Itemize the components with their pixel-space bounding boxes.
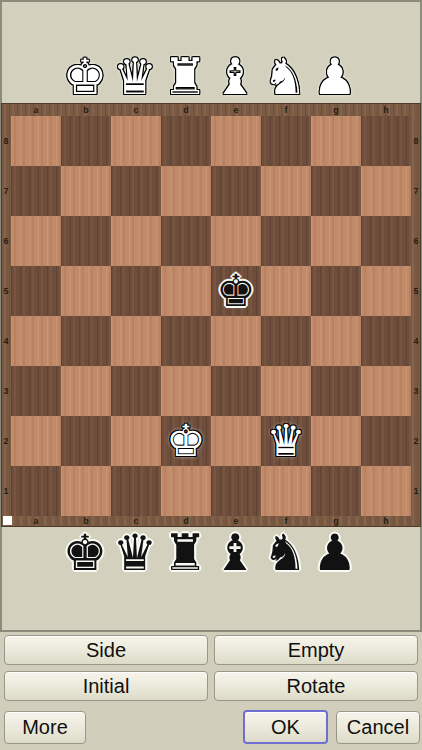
ok-button[interactable]: OK [243, 710, 328, 744]
file-label-a-bottom: a [11, 516, 61, 527]
palette-black-rook[interactable]: ♜ [160, 524, 210, 580]
rank-label-1-right: 1 [411, 466, 421, 516]
white-piece-palette: ♚♛♜♝♞♟ [60, 48, 362, 104]
rank-label-7-left: 7 [1, 166, 11, 216]
palette-white-king[interactable]: ♚ [60, 48, 110, 104]
square-f1[interactable] [261, 466, 311, 516]
position-editor-screen: ♚♛♜♝♞♟ abcdefgh 87654321 87654321 ♚♚♛ ab… [0, 0, 422, 750]
square-f2[interactable]: ♛ [261, 416, 311, 466]
square-f4[interactable] [261, 316, 311, 366]
square-h6[interactable] [361, 216, 411, 266]
palette-white-bishop[interactable]: ♝ [210, 48, 260, 104]
square-c3[interactable] [111, 366, 161, 416]
palette-black-queen[interactable]: ♛ [110, 524, 160, 580]
square-d7[interactable] [161, 166, 211, 216]
palette-white-queen[interactable]: ♛ [110, 48, 160, 104]
square-h4[interactable] [361, 316, 411, 366]
square-d6[interactable] [161, 216, 211, 266]
white-queen-icon: ♛ [266, 416, 305, 466]
square-d5[interactable] [161, 266, 211, 316]
rank-label-1-left: 1 [1, 466, 11, 516]
board-grid: ♚♚♛ [11, 116, 411, 516]
square-a4[interactable] [11, 316, 61, 366]
file-labels-top: abcdefgh [11, 103, 411, 116]
black-queen-icon: ♛ [113, 526, 158, 580]
square-g3[interactable] [311, 366, 361, 416]
square-d1[interactable] [161, 466, 211, 516]
square-c4[interactable] [111, 316, 161, 366]
black-piece-palette: ♚♛♜♝♞♟ [60, 524, 362, 580]
cancel-button[interactable]: Cancel [336, 711, 420, 744]
square-e5[interactable]: ♚ [211, 266, 261, 316]
square-e3[interactable] [211, 366, 261, 416]
white-queen-icon: ♛ [113, 50, 158, 104]
rank-label-5-right: 5 [411, 266, 421, 316]
palette-white-pawn[interactable]: ♟ [310, 48, 360, 104]
square-e2[interactable] [211, 416, 261, 466]
palette-black-knight[interactable]: ♞ [260, 524, 310, 580]
square-b3[interactable] [61, 366, 111, 416]
square-a3[interactable] [11, 366, 61, 416]
rank-label-3-right: 3 [411, 366, 421, 416]
square-f7[interactable] [261, 166, 311, 216]
square-g1[interactable] [311, 466, 361, 516]
square-b5[interactable] [61, 266, 111, 316]
square-b6[interactable] [61, 216, 111, 266]
rank-labels-right: 87654321 [411, 116, 421, 516]
square-g5[interactable] [311, 266, 361, 316]
white-knight-icon: ♞ [263, 50, 308, 104]
rank-label-5-left: 5 [1, 266, 11, 316]
white-king-icon: ♚ [166, 416, 205, 466]
square-d2[interactable]: ♚ [161, 416, 211, 466]
square-f6[interactable] [261, 216, 311, 266]
button-panel: Side Empty Initial Rotate More OK Cancel [0, 632, 422, 750]
more-button[interactable]: More [4, 711, 86, 744]
palette-white-knight[interactable]: ♞ [260, 48, 310, 104]
square-h5[interactable] [361, 266, 411, 316]
square-a8[interactable] [11, 116, 61, 166]
black-knight-icon: ♞ [263, 526, 308, 580]
white-king-icon: ♚ [63, 50, 108, 104]
square-c7[interactable] [111, 166, 161, 216]
square-b8[interactable] [61, 116, 111, 166]
rank-label-2-left: 2 [1, 416, 11, 466]
file-label-h-top: h [361, 103, 411, 116]
palette-black-king[interactable]: ♚ [60, 524, 110, 580]
rank-label-8-right: 8 [411, 116, 421, 166]
black-king-icon: ♚ [216, 266, 255, 316]
square-f3[interactable] [261, 366, 311, 416]
square-g4[interactable] [311, 316, 361, 366]
square-a1[interactable] [11, 466, 61, 516]
square-g6[interactable] [311, 216, 361, 266]
square-e7[interactable] [211, 166, 261, 216]
square-a6[interactable] [11, 216, 61, 266]
square-g8[interactable] [311, 116, 361, 166]
square-g7[interactable] [311, 166, 361, 216]
initial-button[interactable]: Initial [4, 671, 208, 701]
square-e8[interactable] [211, 116, 261, 166]
file-label-h-bottom: h [361, 516, 411, 527]
square-c1[interactable] [111, 466, 161, 516]
rank-label-8-left: 8 [1, 116, 11, 166]
file-label-d-top: d [161, 103, 211, 116]
square-d8[interactable] [161, 116, 211, 166]
square-e1[interactable] [211, 466, 261, 516]
file-label-c-top: c [111, 103, 161, 116]
square-a2[interactable] [11, 416, 61, 466]
square-e6[interactable] [211, 216, 261, 266]
rotate-button[interactable]: Rotate [214, 671, 418, 701]
square-d4[interactable] [161, 316, 211, 366]
black-bishop-icon: ♝ [213, 526, 258, 580]
square-a7[interactable] [11, 166, 61, 216]
square-c5[interactable] [111, 266, 161, 316]
square-h2[interactable] [361, 416, 411, 466]
black-pawn-icon: ♟ [313, 526, 358, 580]
empty-button[interactable]: Empty [214, 635, 418, 665]
square-g2[interactable] [311, 416, 361, 466]
black-king-icon: ♚ [63, 526, 108, 580]
square-d3[interactable] [161, 366, 211, 416]
white-bishop-icon: ♝ [213, 50, 258, 104]
square-b4[interactable] [61, 316, 111, 366]
side-button[interactable]: Side [4, 635, 208, 665]
palette-black-pawn[interactable]: ♟ [310, 524, 360, 580]
rank-label-4-right: 4 [411, 316, 421, 366]
palette-black-bishop[interactable]: ♝ [210, 524, 260, 580]
square-h3[interactable] [361, 366, 411, 416]
square-h8[interactable] [361, 116, 411, 166]
rank-label-7-right: 7 [411, 166, 421, 216]
rank-label-3-left: 3 [1, 366, 11, 416]
white-pawn-icon: ♟ [313, 50, 358, 104]
rank-label-6-right: 6 [411, 216, 421, 266]
file-label-e-top: e [211, 103, 261, 116]
square-b7[interactable] [61, 166, 111, 216]
square-f8[interactable] [261, 116, 311, 166]
square-e4[interactable] [211, 316, 261, 366]
square-h7[interactable] [361, 166, 411, 216]
square-b1[interactable] [61, 466, 111, 516]
white-rook-icon: ♜ [163, 50, 208, 104]
square-c6[interactable] [111, 216, 161, 266]
rank-label-2-right: 2 [411, 416, 421, 466]
palette-white-rook[interactable]: ♜ [160, 48, 210, 104]
square-b2[interactable] [61, 416, 111, 466]
file-label-g-top: g [311, 103, 361, 116]
rank-label-4-left: 4 [1, 316, 11, 366]
file-label-a-top: a [11, 103, 61, 116]
square-c8[interactable] [111, 116, 161, 166]
chess-board: abcdefgh 87654321 87654321 ♚♚♛ abcdefgh [1, 103, 421, 527]
square-c2[interactable] [111, 416, 161, 466]
rank-label-6-left: 6 [1, 216, 11, 266]
file-label-f-top: f [261, 103, 311, 116]
side-to-move-indicator [3, 516, 12, 525]
square-f5[interactable] [261, 266, 311, 316]
black-rook-icon: ♜ [163, 526, 208, 580]
square-h1[interactable] [361, 466, 411, 516]
square-a5[interactable] [11, 266, 61, 316]
file-label-b-top: b [61, 103, 111, 116]
rank-labels-left: 87654321 [1, 116, 11, 516]
